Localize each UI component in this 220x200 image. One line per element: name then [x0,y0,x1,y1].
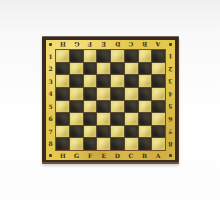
square-g7 [70,126,83,138]
rank-label-6: 6 [166,113,175,126]
file-label-d: D [111,151,125,160]
square-g2 [70,63,83,75]
square-e2 [97,63,110,75]
square-e5 [97,101,110,113]
rank-label-8: 8 [166,138,175,151]
rank-label-8: 8 [46,138,55,151]
files-bottom-row: HGFEDCBA [56,151,165,160]
files-top-row: HGFEDCBA [56,40,165,49]
square-e8 [97,138,110,150]
square-a7 [152,126,165,138]
corner-pin [49,154,52,157]
square-b5 [139,101,152,113]
square-h8 [56,138,69,150]
square-c4 [125,88,138,100]
square-d3 [111,75,124,87]
rank-label-2: 2 [166,63,175,76]
square-b6 [139,113,152,125]
square-b1 [139,50,152,62]
file-label-d: D [111,40,125,49]
square-c5 [125,101,138,113]
square-a2 [152,63,165,75]
square-g4 [70,88,83,100]
square-a1 [152,50,165,62]
square-b3 [139,75,152,87]
square-e3 [97,75,110,87]
rank-label-4: 4 [46,88,55,101]
square-f8 [84,138,97,150]
square-e4 [97,88,110,100]
square-c6 [125,113,138,125]
square-d4 [111,88,124,100]
square-b8 [139,138,152,150]
square-f7 [84,126,97,138]
square-a5 [152,101,165,113]
square-g1 [70,50,83,62]
chess-board: HGFEDCBA HGFEDCBA 12345678 12345678 [42,36,179,164]
photo-background: HGFEDCBA HGFEDCBA 12345678 12345678 [0,0,220,200]
square-d8 [111,138,124,150]
square-a4 [152,88,165,100]
square-f4 [84,88,97,100]
ranks-right-column: 12345678 [166,50,175,150]
board-coordinate-border: HGFEDCBA HGFEDCBA 12345678 12345678 [46,40,175,160]
file-label-f: F [83,151,97,160]
corner-pin [169,154,172,157]
square-f2 [84,63,97,75]
rank-label-3: 3 [166,75,175,88]
square-a3 [152,75,165,87]
square-c3 [125,75,138,87]
file-label-b: B [138,40,152,49]
square-g5 [70,101,83,113]
square-f3 [84,75,97,87]
square-f6 [84,113,97,125]
file-label-b: B [138,151,152,160]
file-label-g: G [70,151,84,160]
square-d7 [111,126,124,138]
rank-label-5: 5 [166,100,175,113]
file-label-h: H [56,40,70,49]
file-label-a: A [151,151,165,160]
square-g6 [70,113,83,125]
square-f5 [84,101,97,113]
square-h7 [56,126,69,138]
square-g8 [70,138,83,150]
file-label-h: H [56,151,70,160]
square-e6 [97,113,110,125]
square-h1 [56,50,69,62]
rank-label-2: 2 [46,63,55,76]
square-h4 [56,88,69,100]
square-d5 [111,101,124,113]
file-label-a: A [151,40,165,49]
square-c8 [125,138,138,150]
square-b7 [139,126,152,138]
square-b2 [139,63,152,75]
rank-label-5: 5 [46,100,55,113]
square-d1 [111,50,124,62]
square-b4 [139,88,152,100]
ranks-left-column: 12345678 [46,50,55,150]
file-label-f: F [83,40,97,49]
rank-label-1: 1 [46,50,55,63]
square-f1 [84,50,97,62]
corner-pin [169,43,172,46]
square-e1 [97,50,110,62]
file-label-e: E [97,40,111,49]
square-h3 [56,75,69,87]
square-a6 [152,113,165,125]
square-h6 [56,113,69,125]
file-label-c: C [124,151,138,160]
file-label-e: E [97,151,111,160]
square-h5 [56,101,69,113]
rank-label-3: 3 [46,75,55,88]
rank-label-7: 7 [166,125,175,138]
square-h2 [56,63,69,75]
square-e7 [97,126,110,138]
file-label-g: G [70,40,84,49]
rank-label-7: 7 [46,125,55,138]
square-g3 [70,75,83,87]
file-label-c: C [124,40,138,49]
square-d2 [111,63,124,75]
square-c2 [125,63,138,75]
rank-label-4: 4 [166,88,175,101]
squares-grid [55,49,166,151]
square-d6 [111,113,124,125]
rank-label-1: 1 [166,50,175,63]
square-c7 [125,126,138,138]
corner-pin [49,43,52,46]
square-c1 [125,50,138,62]
rank-label-6: 6 [46,113,55,126]
square-a8 [152,138,165,150]
